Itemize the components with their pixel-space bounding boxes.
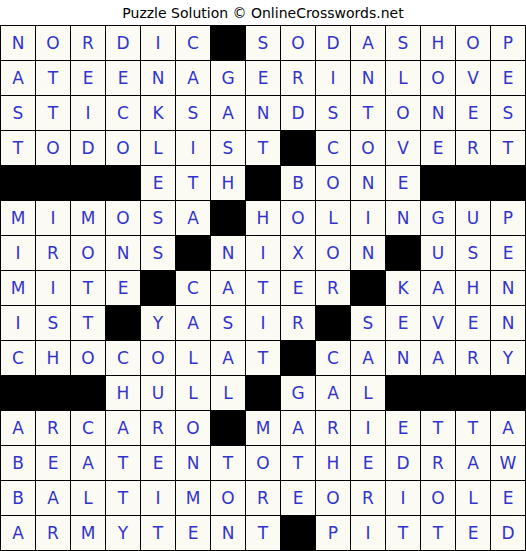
letter-cell-r4c7: S [211, 131, 245, 165]
letter-cell-r13c13: R [421, 446, 455, 480]
block-cell-r12c7 [211, 411, 245, 445]
puzzle-solution-page: Puzzle Solution © OnlineCrosswords.net N… [0, 0, 526, 551]
letter-cell-r4c2: O [36, 131, 70, 165]
letter-cell-r3c3: I [71, 96, 105, 130]
letter-cell-r3c5: K [141, 96, 175, 130]
letter-cell-r6c4: O [106, 201, 140, 235]
letter-cell-r12c14: T [456, 411, 490, 445]
letter-cell-r1c9: O [281, 26, 315, 60]
letter-cell-r10c4: C [106, 341, 140, 375]
letter-cell-r9c13: V [421, 306, 455, 340]
letter-cell-r15c2: R [36, 516, 70, 550]
letter-cell-r15c13: T [421, 516, 455, 550]
letter-cell-r7c8: I [246, 236, 280, 270]
letter-cell-r4c10: C [316, 131, 350, 165]
letter-cell-r14c8: R [246, 481, 280, 515]
letter-cell-r4c13: E [421, 131, 455, 165]
letter-cell-r2c12: L [386, 61, 420, 95]
letter-cell-r4c5: L [141, 131, 175, 165]
letter-cell-r9c15: N [491, 306, 525, 340]
letter-cell-r2c11: N [351, 61, 385, 95]
letter-cell-r4c11: O [351, 131, 385, 165]
letter-cell-r12c12: E [386, 411, 420, 445]
letter-cell-r2c3: E [71, 61, 105, 95]
letter-cell-r8c8: T [246, 271, 280, 305]
letter-cell-r10c12: N [386, 341, 420, 375]
block-cell-r5c14 [456, 166, 490, 200]
letter-cell-r10c10: C [316, 341, 350, 375]
letter-cell-r3c14: E [456, 96, 490, 130]
block-cell-r5c2 [36, 166, 70, 200]
letter-cell-r2c15: E [491, 61, 525, 95]
letter-cell-r8c10: R [316, 271, 350, 305]
block-cell-r11c8 [246, 376, 280, 410]
letter-cell-r9c14: E [456, 306, 490, 340]
block-cell-r6c7 [211, 201, 245, 235]
letter-cell-r12c13: T [421, 411, 455, 445]
letter-cell-r4c14: R [456, 131, 490, 165]
letter-cell-r6c14: U [456, 201, 490, 235]
letter-cell-r1c11: A [351, 26, 385, 60]
letter-cell-r8c2: I [36, 271, 70, 305]
letter-cell-r8c14: H [456, 271, 490, 305]
letter-cell-r8c3: T [71, 271, 105, 305]
letter-cell-r3c7: A [211, 96, 245, 130]
letter-cell-r8c6: C [176, 271, 210, 305]
letter-cell-r3c10: S [316, 96, 350, 130]
block-cell-r9c10 [316, 306, 350, 340]
letter-cell-r1c5: I [141, 26, 175, 60]
letter-cell-r12c11: I [351, 411, 385, 445]
letter-cell-r1c8: S [246, 26, 280, 60]
letter-cell-r1c14: O [456, 26, 490, 60]
letter-cell-r13c8: O [246, 446, 280, 480]
letter-cell-r10c7: A [211, 341, 245, 375]
letter-cell-r4c8: T [246, 131, 280, 165]
letter-cell-r10c3: O [71, 341, 105, 375]
letter-cell-r9c11: S [351, 306, 385, 340]
letter-cell-r7c3: O [71, 236, 105, 270]
block-cell-r8c5 [141, 271, 175, 305]
block-cell-r5c3 [71, 166, 105, 200]
letter-cell-r13c9: T [281, 446, 315, 480]
letter-cell-r14c11: R [351, 481, 385, 515]
letter-cell-r4c3: D [71, 131, 105, 165]
block-cell-r5c8 [246, 166, 280, 200]
letter-cell-r7c9: X [281, 236, 315, 270]
block-cell-r4c9 [281, 131, 315, 165]
letter-cell-r3c15: S [491, 96, 525, 130]
letter-cell-r12c4: A [106, 411, 140, 445]
letter-cell-r6c3: M [71, 201, 105, 235]
letter-cell-r14c14: L [456, 481, 490, 515]
letter-cell-r10c15: Y [491, 341, 525, 375]
letter-cell-r15c10: P [316, 516, 350, 550]
block-cell-r1c7 [211, 26, 245, 60]
letter-cell-r14c5: I [141, 481, 175, 515]
letter-cell-r3c11: T [351, 96, 385, 130]
letter-cell-r15c11: I [351, 516, 385, 550]
letter-cell-r6c9: O [281, 201, 315, 235]
letter-cell-r14c3: L [71, 481, 105, 515]
letter-cell-r2c5: N [141, 61, 175, 95]
block-cell-r11c2 [36, 376, 70, 410]
letter-cell-r2c8: E [246, 61, 280, 95]
letter-cell-r10c8: T [246, 341, 280, 375]
letter-cell-r11c5: U [141, 376, 175, 410]
letter-cell-r15c4: Y [106, 516, 140, 550]
letter-cell-r1c1: N [1, 26, 35, 60]
letter-cell-r7c5: S [141, 236, 175, 270]
letter-cell-r3c9: D [281, 96, 315, 130]
letter-cell-r10c2: H [36, 341, 70, 375]
letter-cell-r5c7: H [211, 166, 245, 200]
letter-cell-r3c4: C [106, 96, 140, 130]
block-cell-r11c15 [491, 376, 525, 410]
letter-cell-r7c14: S [456, 236, 490, 270]
letter-cell-r14c6: M [176, 481, 210, 515]
letter-cell-r1c3: R [71, 26, 105, 60]
letter-cell-r1c15: P [491, 26, 525, 60]
letter-cell-r15c3: M [71, 516, 105, 550]
letter-cell-r12c2: R [36, 411, 70, 445]
letter-cell-r4c1: T [1, 131, 35, 165]
block-cell-r5c1 [1, 166, 35, 200]
letter-cell-r6c10: L [316, 201, 350, 235]
letter-cell-r9c12: E [386, 306, 420, 340]
letter-cell-r12c9: A [281, 411, 315, 445]
letter-cell-r1c10: D [316, 26, 350, 60]
letter-cell-r6c1: M [1, 201, 35, 235]
block-cell-r11c1 [1, 376, 35, 410]
letter-cell-r14c15: E [491, 481, 525, 515]
letter-cell-r12c5: R [141, 411, 175, 445]
block-cell-r11c14 [456, 376, 490, 410]
letter-cell-r15c12: T [386, 516, 420, 550]
letter-cell-r14c13: O [421, 481, 455, 515]
letter-cell-r13c15: W [491, 446, 525, 480]
letter-cell-r5c10: O [316, 166, 350, 200]
letter-cell-r11c11: L [351, 376, 385, 410]
letter-cell-r2c13: O [421, 61, 455, 95]
letter-cell-r7c4: N [106, 236, 140, 270]
letter-cell-r14c9: E [281, 481, 315, 515]
block-cell-r5c15 [491, 166, 525, 200]
block-cell-r10c9 [281, 341, 315, 375]
letter-cell-r14c10: O [316, 481, 350, 515]
letter-cell-r1c4: D [106, 26, 140, 60]
letter-cell-r13c11: E [351, 446, 385, 480]
letter-cell-r8c13: A [421, 271, 455, 305]
letter-cell-r13c14: A [456, 446, 490, 480]
letter-cell-r14c2: A [36, 481, 70, 515]
letter-cell-r3c6: S [176, 96, 210, 130]
letter-cell-r10c14: R [456, 341, 490, 375]
letter-cell-r13c1: B [1, 446, 35, 480]
letter-cell-r13c5: E [141, 446, 175, 480]
letter-cell-r13c6: N [176, 446, 210, 480]
letter-cell-r5c12: E [386, 166, 420, 200]
letter-cell-r2c9: R [281, 61, 315, 95]
letter-cell-r6c2: I [36, 201, 70, 235]
letter-cell-r11c9: G [281, 376, 315, 410]
letter-cell-r5c5: E [141, 166, 175, 200]
letter-cell-r4c12: V [386, 131, 420, 165]
letter-cell-r3c12: O [386, 96, 420, 130]
block-cell-r9c4 [106, 306, 140, 340]
letter-cell-r13c3: A [71, 446, 105, 480]
letter-cell-r5c6: T [176, 166, 210, 200]
letter-cell-r3c13: N [421, 96, 455, 130]
letter-cell-r9c1: I [1, 306, 35, 340]
block-cell-r5c13 [421, 166, 455, 200]
letter-cell-r14c4: T [106, 481, 140, 515]
letter-cell-r12c1: A [1, 411, 35, 445]
letter-cell-r4c15: T [491, 131, 525, 165]
letter-cell-r7c11: N [351, 236, 385, 270]
letter-cell-r11c4: H [106, 376, 140, 410]
letter-cell-r13c10: H [316, 446, 350, 480]
letter-cell-r9c2: S [36, 306, 70, 340]
letter-cell-r9c8: I [246, 306, 280, 340]
letter-cell-r15c14: E [456, 516, 490, 550]
letter-cell-r10c5: O [141, 341, 175, 375]
letter-cell-r2c10: I [316, 61, 350, 95]
crossword-grid: NORDICSODASHOPATEENAGERINLOVESTICKSANDST… [0, 25, 526, 551]
letter-cell-r15c6: E [176, 516, 210, 550]
letter-cell-r10c13: A [421, 341, 455, 375]
letter-cell-r8c9: E [281, 271, 315, 305]
letter-cell-r7c15: E [491, 236, 525, 270]
letter-cell-r9c5: Y [141, 306, 175, 340]
letter-cell-r3c8: N [246, 96, 280, 130]
letter-cell-r9c9: R [281, 306, 315, 340]
letter-cell-r6c6: A [176, 201, 210, 235]
letter-cell-r7c10: O [316, 236, 350, 270]
letter-cell-r9c3: T [71, 306, 105, 340]
letter-cell-r3c2: T [36, 96, 70, 130]
letter-cell-r1c13: H [421, 26, 455, 60]
letter-cell-r9c7: S [211, 306, 245, 340]
letter-cell-r7c2: R [36, 236, 70, 270]
letter-cell-r13c12: D [386, 446, 420, 480]
letter-cell-r12c6: O [176, 411, 210, 445]
block-cell-r8c11 [351, 271, 385, 305]
block-cell-r11c13 [421, 376, 455, 410]
letter-cell-r10c11: A [351, 341, 385, 375]
letter-cell-r14c1: B [1, 481, 35, 515]
letter-cell-r12c15: A [491, 411, 525, 445]
letter-cell-r1c2: O [36, 26, 70, 60]
letter-cell-r12c10: R [316, 411, 350, 445]
letter-cell-r4c6: I [176, 131, 210, 165]
letter-cell-r15c5: T [141, 516, 175, 550]
letter-cell-r15c15: D [491, 516, 525, 550]
letter-cell-r8c7: A [211, 271, 245, 305]
block-cell-r11c3 [71, 376, 105, 410]
letter-cell-r6c15: P [491, 201, 525, 235]
letter-cell-r8c15: N [491, 271, 525, 305]
letter-cell-r6c5: S [141, 201, 175, 235]
letter-cell-r13c7: T [211, 446, 245, 480]
block-cell-r11c12 [386, 376, 420, 410]
letter-cell-r2c1: A [1, 61, 35, 95]
block-cell-r15c9 [281, 516, 315, 550]
letter-cell-r11c10: A [316, 376, 350, 410]
letter-cell-r1c12: S [386, 26, 420, 60]
letter-cell-r7c7: N [211, 236, 245, 270]
letter-cell-r13c2: E [36, 446, 70, 480]
page-title: Puzzle Solution © OnlineCrosswords.net [0, 0, 526, 25]
letter-cell-r2c6: A [176, 61, 210, 95]
letter-cell-r2c4: E [106, 61, 140, 95]
letter-cell-r14c7: O [211, 481, 245, 515]
letter-cell-r10c6: L [176, 341, 210, 375]
letter-cell-r6c12: N [386, 201, 420, 235]
letter-cell-r7c1: I [1, 236, 35, 270]
letter-cell-r6c11: I [351, 201, 385, 235]
letter-cell-r8c1: M [1, 271, 35, 305]
letter-cell-r5c11: N [351, 166, 385, 200]
letter-cell-r12c8: M [246, 411, 280, 445]
letter-cell-r15c1: A [1, 516, 35, 550]
block-cell-r7c6 [176, 236, 210, 270]
letter-cell-r2c14: V [456, 61, 490, 95]
letter-cell-r7c13: U [421, 236, 455, 270]
letter-cell-r10c1: C [1, 341, 35, 375]
letter-cell-r9c6: A [176, 306, 210, 340]
letter-cell-r11c6: L [176, 376, 210, 410]
letter-cell-r1c6: C [176, 26, 210, 60]
letter-cell-r13c4: T [106, 446, 140, 480]
letter-cell-r15c7: N [211, 516, 245, 550]
letter-cell-r8c12: K [386, 271, 420, 305]
letter-cell-r6c13: G [421, 201, 455, 235]
letter-cell-r14c12: I [386, 481, 420, 515]
letter-cell-r12c3: C [71, 411, 105, 445]
letter-cell-r8c4: E [106, 271, 140, 305]
block-cell-r7c12 [386, 236, 420, 270]
letter-cell-r5c9: B [281, 166, 315, 200]
letter-cell-r15c8: T [246, 516, 280, 550]
letter-cell-r6c8: H [246, 201, 280, 235]
letter-cell-r11c7: L [211, 376, 245, 410]
letter-cell-r3c1: S [1, 96, 35, 130]
letter-cell-r2c7: G [211, 61, 245, 95]
letter-cell-r4c4: O [106, 131, 140, 165]
letter-cell-r2c2: T [36, 61, 70, 95]
block-cell-r5c4 [106, 166, 140, 200]
